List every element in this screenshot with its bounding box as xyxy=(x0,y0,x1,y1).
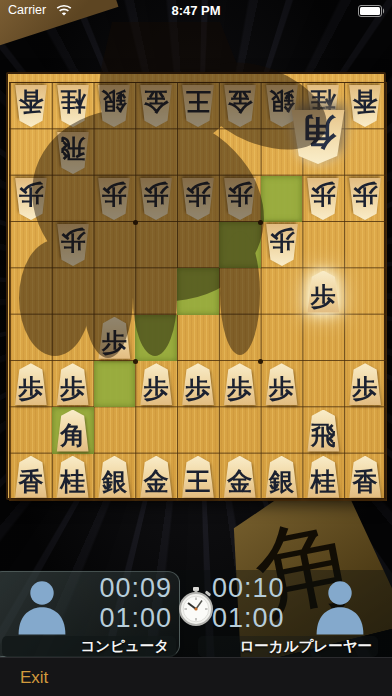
piece-sente-89[interactable]: 桂 xyxy=(55,456,91,498)
computer-time-total: 01:00 xyxy=(66,603,172,633)
player-time-total: 01:00 xyxy=(212,603,318,633)
piece-gote-13[interactable]: 歩 xyxy=(347,178,383,220)
piece-gote-51[interactable]: 王 xyxy=(180,85,216,127)
player-clock: 00:10 01:00 xyxy=(212,573,318,633)
star-point xyxy=(133,359,138,364)
piece-gote-81[interactable]: 桂 xyxy=(55,85,91,127)
piece-gote-71[interactable]: 銀 xyxy=(96,85,132,127)
piece-gote-34[interactable]: 歩 xyxy=(264,224,300,266)
status-time: 8:47 PM xyxy=(0,3,392,18)
computer-time-main: 00:09 xyxy=(66,573,172,603)
piece-sente-57[interactable]: 歩 xyxy=(180,363,216,405)
piece-gote-43[interactable]: 歩 xyxy=(222,178,258,220)
piece-sente-79[interactable]: 銀 xyxy=(96,456,132,498)
player-time-main: 00:10 xyxy=(212,573,318,603)
piece-sente-47[interactable]: 歩 xyxy=(222,363,258,405)
piece-sente-69[interactable]: 金 xyxy=(138,456,174,498)
piece-sente-19[interactable]: 香 xyxy=(347,456,383,498)
piece-gote-73[interactable]: 歩 xyxy=(96,178,132,220)
player-name-label: ローカルプレーヤー xyxy=(198,636,378,657)
piece-gote-93[interactable]: 歩 xyxy=(13,178,49,220)
highlight-square-77[interactable] xyxy=(94,361,136,407)
lifted-bishop-kanji: 角 xyxy=(300,115,336,151)
piece-sente-88[interactable]: 角 xyxy=(55,410,91,452)
piece-gote-23[interactable]: 歩 xyxy=(305,178,341,220)
piece-gote-41[interactable]: 金 xyxy=(222,85,258,127)
highlight-square-55[interactable] xyxy=(177,268,219,314)
status-bar: Carrier 8:47 PM xyxy=(0,0,392,22)
highlight-square-44[interactable] xyxy=(219,222,261,268)
lifted-bishop-piece[interactable]: 角 xyxy=(288,110,348,164)
piece-sente-17[interactable]: 歩 xyxy=(347,363,383,405)
piece-sente-59[interactable]: 王 xyxy=(180,456,216,498)
piece-gote-91[interactable]: 香 xyxy=(13,85,49,127)
computer-name-label: コンピュータ xyxy=(2,636,176,657)
player-avatar-icon xyxy=(314,576,366,636)
piece-sente-39[interactable]: 銀 xyxy=(264,456,300,498)
star-point xyxy=(258,220,263,225)
piece-sente-28[interactable]: 飛 xyxy=(305,410,341,452)
piece-sente-37[interactable]: 歩 xyxy=(264,363,300,405)
exit-button[interactable]: Exit xyxy=(20,658,48,696)
computer-avatar-icon xyxy=(16,576,68,636)
shogi-board: 香桂銀金王金銀桂香飛歩歩歩歩歩歩歩歩歩歩歩歩歩歩歩歩歩歩角飛香桂銀金王金銀桂香 … xyxy=(6,72,386,500)
piece-sente-99[interactable]: 香 xyxy=(13,456,49,498)
piece-gote-53[interactable]: 歩 xyxy=(180,178,216,220)
computer-clock: 00:09 01:00 xyxy=(66,573,172,633)
piece-sente-87[interactable]: 歩 xyxy=(55,363,91,405)
piece-sente-76[interactable]: 歩 xyxy=(96,317,132,359)
piece-gote-11[interactable]: 香 xyxy=(347,85,383,127)
highlight-square-33[interactable] xyxy=(261,176,303,222)
bottom-toolbar: Exit xyxy=(0,657,392,696)
piece-gote-61[interactable]: 金 xyxy=(138,85,174,127)
piece-sente-49[interactable]: 金 xyxy=(222,456,258,498)
piece-sente-97[interactable]: 歩 xyxy=(13,363,49,405)
piece-sente-25[interactable]: 歩 xyxy=(305,271,341,313)
shogi-app-screen: 角 Carrier 8:47 PM 香桂銀金王金銀桂香飛歩歩歩歩歩歩歩歩歩歩歩歩… xyxy=(0,0,392,696)
piece-sente-29[interactable]: 桂 xyxy=(305,456,341,498)
piece-gote-82[interactable]: 飛 xyxy=(55,132,91,174)
piece-gote-84[interactable]: 歩 xyxy=(55,224,91,266)
star-point xyxy=(258,359,263,364)
star-point xyxy=(133,220,138,225)
stopwatch-icon xyxy=(175,586,217,628)
clock-bar: 00:09 01:00 00:10 01:00 コンピュータ ロー xyxy=(0,570,392,657)
piece-gote-63[interactable]: 歩 xyxy=(138,178,174,220)
battery-icon xyxy=(358,5,386,17)
piece-sente-67[interactable]: 歩 xyxy=(138,363,174,405)
highlight-square-66[interactable] xyxy=(135,315,177,361)
